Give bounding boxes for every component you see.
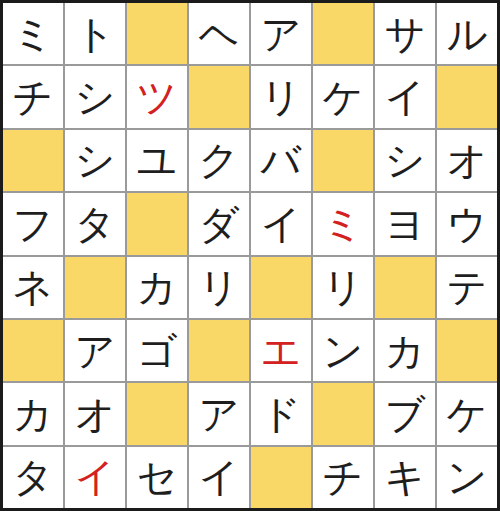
cell-r1c5[interactable]: ア [251,3,311,64]
cell-r7c2[interactable]: オ [65,383,125,444]
cell-r7c8[interactable]: ケ [437,383,497,444]
cell-r3c2[interactable]: シ [65,130,125,191]
cell-r4c5[interactable]: イ [251,193,311,254]
blocked-cell-r6c4 [189,320,249,381]
cell-r2c5[interactable]: リ [251,66,311,127]
blocked-cell-r7c3 [127,383,187,444]
cell-r8c6[interactable]: チ [313,447,373,508]
blocked-cell-r1c6 [313,3,373,64]
cell-r4c2[interactable]: タ [65,193,125,254]
cell-r8c7[interactable]: キ [375,447,435,508]
cell-r3c4[interactable]: ク [189,130,249,191]
cell-r4c8[interactable]: ウ [437,193,497,254]
blocked-cell-r2c8 [437,66,497,127]
cell-r5c6[interactable]: リ [313,257,373,318]
cell-r5c3[interactable]: カ [127,257,187,318]
cell-r8c4[interactable]: イ [189,447,249,508]
cell-r4c7[interactable]: ヨ [375,193,435,254]
cell-r5c8[interactable]: テ [437,257,497,318]
cell-r7c1[interactable]: カ [3,383,63,444]
blocked-cell-r1c3 [127,3,187,64]
cell-r7c4[interactable]: ア [189,383,249,444]
blocked-cell-r6c8 [437,320,497,381]
cell-r2c6[interactable]: ケ [313,66,373,127]
cell-r8c2[interactable]: イ [65,447,125,508]
cell-r4c6[interactable]: ミ [313,193,373,254]
crossword-board: ミトヘアサルチシツリケイシユクバシオフタダイミヨウネカリリテアゴエンカカオアドブ… [0,0,500,511]
cell-r6c3[interactable]: ゴ [127,320,187,381]
cell-r6c2[interactable]: ア [65,320,125,381]
cell-r8c8[interactable]: ン [437,447,497,508]
cell-r6c5[interactable]: エ [251,320,311,381]
blocked-cell-r3c1 [3,130,63,191]
cell-r8c1[interactable]: タ [3,447,63,508]
cell-r3c7[interactable]: シ [375,130,435,191]
cell-r1c8[interactable]: ル [437,3,497,64]
blocked-cell-r4c3 [127,193,187,254]
blocked-cell-r8c5 [251,447,311,508]
cell-r5c1[interactable]: ネ [3,257,63,318]
cell-r3c3[interactable]: ユ [127,130,187,191]
cell-r8c3[interactable]: セ [127,447,187,508]
cell-r3c5[interactable]: バ [251,130,311,191]
cell-r2c2[interactable]: シ [65,66,125,127]
cell-r6c7[interactable]: カ [375,320,435,381]
cell-r1c7[interactable]: サ [375,3,435,64]
cell-r7c7[interactable]: ブ [375,383,435,444]
blocked-cell-r7c6 [313,383,373,444]
cell-r5c4[interactable]: リ [189,257,249,318]
blocked-cell-r3c6 [313,130,373,191]
cell-r3c8[interactable]: オ [437,130,497,191]
cell-r1c4[interactable]: ヘ [189,3,249,64]
cell-r1c1[interactable]: ミ [3,3,63,64]
cell-r7c5[interactable]: ド [251,383,311,444]
cell-r6c6[interactable]: ン [313,320,373,381]
blocked-cell-r2c4 [189,66,249,127]
blocked-cell-r5c2 [65,257,125,318]
cell-r2c1[interactable]: チ [3,66,63,127]
blocked-cell-r5c5 [251,257,311,318]
blocked-cell-r5c7 [375,257,435,318]
cell-r4c1[interactable]: フ [3,193,63,254]
cell-r4c4[interactable]: ダ [189,193,249,254]
cell-r2c7[interactable]: イ [375,66,435,127]
blocked-cell-r6c1 [3,320,63,381]
cell-r1c2[interactable]: ト [65,3,125,64]
cell-r2c3[interactable]: ツ [127,66,187,127]
